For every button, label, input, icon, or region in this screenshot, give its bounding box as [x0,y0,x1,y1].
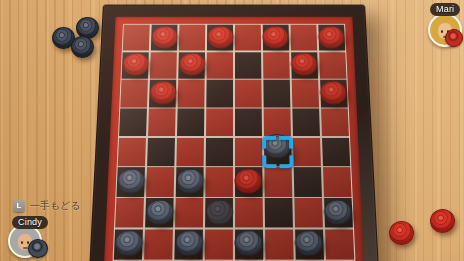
square-h8 [325,229,355,259]
square-d2 [206,52,233,79]
square-b2 [150,52,177,79]
black-piece[interactable] [175,230,204,256]
square-b1[interactable] [151,25,178,51]
square-c4[interactable] [177,109,205,137]
red-piece[interactable] [207,26,233,48]
black-piece[interactable] [235,230,263,256]
square-a7 [115,198,144,228]
square-d1[interactable] [207,25,234,51]
square-f6 [264,168,292,197]
captured-black-piece [71,36,94,58]
square-h4 [321,109,349,137]
square-f3[interactable] [263,80,290,107]
black-piece[interactable] [114,230,143,256]
player-name-pill: Cindy [12,216,48,229]
opponent-eye [441,30,443,33]
square-d5[interactable] [206,138,234,166]
square-b4 [148,109,176,137]
red-piece[interactable] [320,81,347,104]
red-piece[interactable] [235,169,263,194]
square-c2[interactable] [178,52,205,79]
square-c6[interactable] [176,168,204,197]
square-d4 [206,109,233,137]
square-a2[interactable] [122,52,150,79]
square-b8 [144,229,173,259]
square-c7 [175,198,204,228]
red-piece[interactable] [178,53,205,76]
square-g7 [294,198,323,228]
captured-red-piece [389,221,414,245]
square-f5[interactable] [264,138,292,166]
checkers-board-frame [88,5,379,261]
black-piece[interactable] [264,134,291,158]
square-h2 [319,52,347,79]
undo-move-control[interactable]: L 一手もどる [13,199,81,213]
square-c5 [176,138,204,166]
player-name: Cindy [18,217,42,227]
square-h7[interactable] [324,198,353,228]
square-c8[interactable] [174,229,203,259]
square-h5[interactable] [322,138,351,166]
square-d3[interactable] [206,80,233,107]
player-piece-color-badge [28,239,48,258]
square-h1[interactable] [318,25,345,51]
square-a4[interactable] [119,109,147,137]
square-a3 [120,80,148,107]
opponent-piece-color-badge [445,29,463,47]
square-e4[interactable] [235,109,262,137]
square-b3[interactable] [149,80,177,107]
square-b6 [146,168,175,197]
square-f4 [263,109,291,137]
l-button-icon[interactable]: L [13,200,25,212]
square-c1 [179,25,206,51]
square-f1[interactable] [262,25,289,51]
red-piece[interactable] [151,26,178,48]
square-e8[interactable] [235,229,264,259]
square-g4[interactable] [292,109,320,137]
player-eye [21,241,23,244]
square-g2[interactable] [291,52,318,79]
square-e2[interactable] [235,52,262,79]
square-f7[interactable] [264,198,293,228]
square-b7[interactable] [145,198,174,228]
square-f8 [265,229,294,259]
square-a1 [123,25,150,51]
square-h6 [323,168,352,197]
square-a5 [118,138,147,166]
square-g6[interactable] [293,168,322,197]
square-h3[interactable] [320,80,348,107]
square-e6[interactable] [235,168,263,197]
square-d8 [205,229,234,259]
red-piece[interactable] [122,53,149,76]
black-piece[interactable] [145,199,173,224]
square-f2 [263,52,290,79]
square-e1 [235,25,262,51]
player-mouth [23,247,28,249]
square-a6[interactable] [116,168,145,197]
black-piece[interactable] [117,169,145,194]
red-piece[interactable] [149,81,176,104]
black-piece[interactable] [295,230,324,256]
opponent-name: Mari [436,4,454,14]
black-piece[interactable] [324,199,353,224]
square-e3 [235,80,262,107]
board-grid [113,24,356,261]
board-inner-band [104,17,364,261]
undo-label: 一手もどる [30,199,81,213]
square-d6 [205,168,233,197]
red-piece[interactable] [263,26,289,48]
red-piece[interactable] [318,26,345,48]
square-b5[interactable] [147,138,175,166]
black-piece[interactable] [176,169,204,194]
captured-red-piece [430,209,455,233]
black-piece-ghost [205,199,233,224]
square-c3 [178,80,205,107]
square-e7 [235,198,263,228]
opponent-name-pill: Mari [430,3,460,16]
square-g8[interactable] [295,229,324,259]
square-e5 [235,138,263,166]
red-piece[interactable] [291,53,318,76]
square-d7[interactable] [205,198,233,228]
square-g1 [290,25,317,51]
square-a8[interactable] [114,229,144,259]
square-g3 [291,80,319,107]
square-g5 [293,138,321,166]
